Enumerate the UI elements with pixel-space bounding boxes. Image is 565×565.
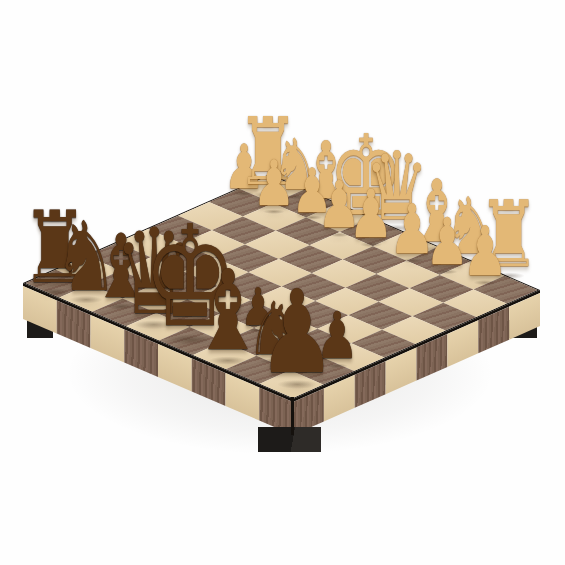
chess-product-photo: ♟♜♞♝♟♟♚♛♟♟♝♟♞♟♜♟♜♞♝♛♟♚♝♞♟♟ [0, 0, 565, 565]
box-corner-edge [291, 397, 294, 435]
box-foot-front [258, 427, 321, 452]
